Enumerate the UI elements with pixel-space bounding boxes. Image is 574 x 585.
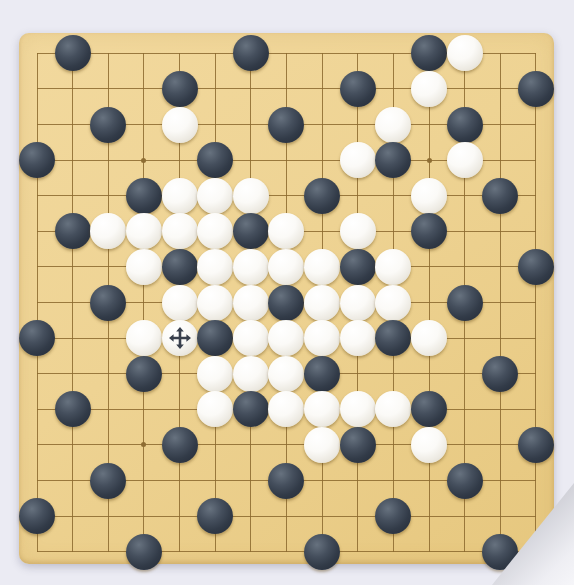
white-stone[interactable] bbox=[447, 35, 483, 71]
black-stone[interactable] bbox=[162, 71, 198, 107]
black-stone[interactable] bbox=[304, 356, 340, 392]
black-stone[interactable] bbox=[375, 142, 411, 178]
grid-line-v bbox=[429, 53, 430, 551]
white-stone[interactable] bbox=[268, 391, 304, 427]
white-stone[interactable] bbox=[411, 178, 447, 214]
white-stone[interactable] bbox=[233, 320, 269, 356]
black-stone[interactable] bbox=[268, 107, 304, 143]
black-stone[interactable] bbox=[19, 320, 55, 356]
black-stone[interactable] bbox=[90, 463, 126, 499]
white-stone[interactable] bbox=[304, 285, 340, 321]
go-board[interactable] bbox=[19, 33, 554, 564]
white-stone[interactable] bbox=[233, 178, 269, 214]
black-stone[interactable] bbox=[447, 285, 483, 321]
white-stone[interactable] bbox=[340, 320, 376, 356]
white-stone[interactable] bbox=[197, 178, 233, 214]
white-stone[interactable] bbox=[197, 249, 233, 285]
white-stone[interactable] bbox=[375, 249, 411, 285]
black-stone[interactable] bbox=[162, 427, 198, 463]
white-stone[interactable] bbox=[304, 320, 340, 356]
white-stone[interactable] bbox=[375, 107, 411, 143]
black-stone[interactable] bbox=[162, 249, 198, 285]
white-stone[interactable] bbox=[233, 356, 269, 392]
black-stone[interactable] bbox=[340, 249, 376, 285]
grid-line-h bbox=[37, 444, 536, 445]
black-stone[interactable] bbox=[411, 213, 447, 249]
white-stone[interactable] bbox=[268, 320, 304, 356]
white-stone[interactable] bbox=[304, 391, 340, 427]
white-stone[interactable] bbox=[340, 142, 376, 178]
black-stone[interactable] bbox=[55, 213, 91, 249]
grid-line-v bbox=[535, 53, 536, 551]
white-stone[interactable] bbox=[197, 356, 233, 392]
star-point bbox=[141, 442, 146, 447]
black-stone[interactable] bbox=[340, 427, 376, 463]
black-stone[interactable] bbox=[411, 35, 447, 71]
white-stone[interactable] bbox=[197, 213, 233, 249]
black-stone[interactable] bbox=[55, 35, 91, 71]
white-stone[interactable] bbox=[162, 285, 198, 321]
white-stone[interactable] bbox=[304, 427, 340, 463]
white-stone[interactable] bbox=[411, 71, 447, 107]
grid-line-h bbox=[37, 551, 536, 552]
white-stone[interactable] bbox=[411, 427, 447, 463]
black-stone[interactable] bbox=[19, 498, 55, 534]
black-stone[interactable] bbox=[518, 427, 554, 463]
black-stone[interactable] bbox=[90, 285, 126, 321]
black-stone[interactable] bbox=[518, 249, 554, 285]
white-stone[interactable] bbox=[268, 249, 304, 285]
white-stone[interactable] bbox=[162, 213, 198, 249]
black-stone[interactable] bbox=[411, 391, 447, 427]
white-stone[interactable] bbox=[340, 391, 376, 427]
white-stone[interactable] bbox=[126, 249, 162, 285]
white-stone[interactable] bbox=[162, 320, 198, 356]
white-stone[interactable] bbox=[197, 391, 233, 427]
black-stone[interactable] bbox=[304, 534, 340, 570]
black-stone[interactable] bbox=[447, 107, 483, 143]
black-stone[interactable] bbox=[482, 356, 518, 392]
black-stone[interactable] bbox=[268, 463, 304, 499]
black-stone[interactable] bbox=[375, 498, 411, 534]
white-stone[interactable] bbox=[90, 213, 126, 249]
black-stone[interactable] bbox=[197, 498, 233, 534]
white-stone[interactable] bbox=[126, 320, 162, 356]
white-stone[interactable] bbox=[340, 285, 376, 321]
black-stone[interactable] bbox=[55, 391, 91, 427]
grid-line-h bbox=[37, 516, 536, 517]
white-stone[interactable] bbox=[447, 142, 483, 178]
white-stone[interactable] bbox=[162, 178, 198, 214]
white-stone[interactable] bbox=[304, 249, 340, 285]
black-stone[interactable] bbox=[304, 178, 340, 214]
page: { "game": "go", "board": { "size": 15, "… bbox=[0, 0, 574, 585]
white-stone[interactable] bbox=[126, 213, 162, 249]
black-stone[interactable] bbox=[197, 320, 233, 356]
black-stone[interactable] bbox=[90, 107, 126, 143]
black-stone[interactable] bbox=[268, 285, 304, 321]
black-stone[interactable] bbox=[197, 142, 233, 178]
black-stone[interactable] bbox=[447, 463, 483, 499]
black-stone[interactable] bbox=[233, 35, 269, 71]
black-stone[interactable] bbox=[482, 178, 518, 214]
star-point bbox=[427, 158, 432, 163]
black-stone[interactable] bbox=[126, 356, 162, 392]
white-stone[interactable] bbox=[375, 391, 411, 427]
white-stone[interactable] bbox=[268, 213, 304, 249]
white-stone[interactable] bbox=[197, 285, 233, 321]
black-stone[interactable] bbox=[126, 534, 162, 570]
black-stone[interactable] bbox=[518, 71, 554, 107]
black-stone[interactable] bbox=[375, 320, 411, 356]
black-stone[interactable] bbox=[126, 178, 162, 214]
black-stone[interactable] bbox=[340, 71, 376, 107]
white-stone[interactable] bbox=[340, 213, 376, 249]
black-stone[interactable] bbox=[233, 391, 269, 427]
black-stone[interactable] bbox=[19, 142, 55, 178]
white-stone[interactable] bbox=[411, 320, 447, 356]
white-stone[interactable] bbox=[233, 285, 269, 321]
star-point bbox=[141, 158, 146, 163]
white-stone[interactable] bbox=[375, 285, 411, 321]
white-stone[interactable] bbox=[233, 249, 269, 285]
grid-line-v bbox=[500, 53, 501, 551]
black-stone[interactable] bbox=[233, 213, 269, 249]
white-stone[interactable] bbox=[268, 356, 304, 392]
white-stone[interactable] bbox=[162, 107, 198, 143]
